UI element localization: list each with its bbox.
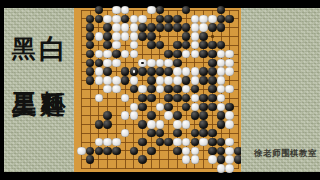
- black-stone: [164, 85, 173, 94]
- white-stone: [121, 6, 130, 15]
- white-stone: [225, 111, 234, 120]
- white-stone: [121, 50, 130, 59]
- go-board: [74, 8, 242, 172]
- star-point: [211, 35, 214, 38]
- white-stone: [95, 50, 104, 59]
- white-stone: [191, 32, 200, 41]
- black-stone: [138, 23, 147, 32]
- video-frame: 黑 王星昊 白 朴廷桓 徐老师围棋教室: [0, 0, 320, 180]
- white-stone: [112, 41, 121, 50]
- black-stone: [182, 76, 191, 85]
- white-stone: [182, 147, 191, 156]
- black-stone: [138, 155, 147, 164]
- black-stone: [199, 50, 208, 59]
- black-stone: [217, 41, 226, 50]
- black-stone: [156, 41, 165, 50]
- black-stone: [121, 67, 130, 76]
- white-stone: [112, 85, 121, 94]
- black-stone: [208, 85, 217, 94]
- black-stone: [217, 6, 226, 15]
- white-stone: [191, 67, 200, 76]
- player-info-panel: 黑 王星昊 白 朴廷桓: [4, 8, 74, 172]
- last-move-marker: [141, 62, 144, 65]
- black-stone: [147, 129, 156, 138]
- black-stone: [138, 138, 147, 147]
- white-stone: [164, 76, 173, 85]
- black-stone: [86, 50, 95, 59]
- black-stone: [103, 67, 112, 76]
- white-stone: [121, 94, 130, 103]
- white-stone: [103, 59, 112, 68]
- black-stone: [208, 59, 217, 68]
- black-stone: [147, 85, 156, 94]
- black-stone: [95, 147, 104, 156]
- white-stone: [103, 138, 112, 147]
- black-stone: [173, 15, 182, 24]
- white-stone: [130, 32, 139, 41]
- white-player-column: 白 朴廷桓: [39, 35, 66, 72]
- white-stone: [191, 155, 200, 164]
- white-stone: [103, 76, 112, 85]
- white-stone: [130, 23, 139, 32]
- white-stone: [130, 111, 139, 120]
- black-stone: [138, 94, 147, 103]
- black-stone: [217, 23, 226, 32]
- black-stone: [173, 147, 182, 156]
- black-stone: [95, 59, 104, 68]
- white-stone: [103, 85, 112, 94]
- white-stone: [199, 15, 208, 24]
- white-stone: [121, 129, 130, 138]
- black-stone: [164, 67, 173, 76]
- black-stone: [164, 50, 173, 59]
- black-stone: [86, 23, 95, 32]
- black-stone: [199, 41, 208, 50]
- white-stone: [121, 32, 130, 41]
- white-stone: [164, 111, 173, 120]
- black-stone: [164, 138, 173, 147]
- white-stone: [147, 120, 156, 129]
- white-stone: [95, 67, 104, 76]
- white-stone: [217, 85, 226, 94]
- black-stone: [208, 50, 217, 59]
- black-stone: [130, 147, 139, 156]
- black-stone: [147, 41, 156, 50]
- white-stone: [103, 15, 112, 24]
- white-stone: [225, 67, 234, 76]
- white-stone: [77, 147, 86, 156]
- white-stone: [225, 164, 234, 173]
- white-stone: [191, 41, 200, 50]
- black-stone: [199, 67, 208, 76]
- black-stone: [103, 23, 112, 32]
- black-stone: [191, 85, 200, 94]
- white-stone: [156, 85, 165, 94]
- black-stone: [173, 41, 182, 50]
- white-stone: [95, 76, 104, 85]
- black-stone: [138, 120, 147, 129]
- black-stone: [103, 111, 112, 120]
- white-stone: [182, 50, 191, 59]
- white-stone: [217, 94, 226, 103]
- white-stone: [130, 41, 139, 50]
- black-stone: [173, 111, 182, 120]
- black-stone: [86, 15, 95, 24]
- white-stone: [112, 32, 121, 41]
- white-stone: [130, 15, 139, 24]
- white-stone: [173, 138, 182, 147]
- white-stone: [156, 76, 165, 85]
- white-stone: [173, 76, 182, 85]
- white-stone: [130, 76, 139, 85]
- black-stone: [208, 67, 217, 76]
- black-stone: [173, 129, 182, 138]
- white-stone: [191, 23, 200, 32]
- grid-line: [81, 168, 239, 169]
- white-stone: [225, 138, 234, 147]
- last-move-marker: [133, 70, 136, 73]
- black-stone: [208, 103, 217, 112]
- watermark-text: 徐老师围棋教室: [254, 148, 317, 160]
- black-label: 黑: [12, 37, 36, 61]
- white-stone: [225, 147, 234, 156]
- white-stone: [95, 32, 104, 41]
- white-stone: [191, 50, 200, 59]
- white-stone: [156, 103, 165, 112]
- white-stone: [173, 67, 182, 76]
- white-stone: [156, 120, 165, 129]
- black-stone: [130, 85, 139, 94]
- black-stone: [147, 23, 156, 32]
- black-stone: [86, 155, 95, 164]
- black-stone: [164, 103, 173, 112]
- white-stone: [112, 6, 121, 15]
- black-stone: [86, 32, 95, 41]
- white-stone: [95, 94, 104, 103]
- black-stone: [225, 15, 234, 24]
- grid-line: [238, 10, 239, 169]
- black-stone: [217, 111, 226, 120]
- white-stone: [191, 76, 200, 85]
- black-stone: [217, 138, 226, 147]
- black-stone: [103, 41, 112, 50]
- star-point: [159, 35, 162, 38]
- black-stone: [191, 111, 200, 120]
- black-stone: [156, 129, 165, 138]
- white-stone: [208, 15, 217, 24]
- white-stone: [173, 120, 182, 129]
- black-stone: [164, 94, 173, 103]
- white-stone: [217, 67, 226, 76]
- black-stone: [173, 94, 182, 103]
- black-stone: [173, 23, 182, 32]
- black-stone: [199, 103, 208, 112]
- black-stone: [182, 103, 191, 112]
- black-stone: [147, 147, 156, 156]
- white-stone: [112, 23, 121, 32]
- black-stone: [182, 41, 191, 50]
- black-stone: [199, 32, 208, 41]
- black-stone: [147, 111, 156, 120]
- white-stone: [147, 6, 156, 15]
- black-stone: [95, 120, 104, 129]
- white-stone: [112, 76, 121, 85]
- white-stone: [217, 103, 226, 112]
- white-stone: [225, 59, 234, 68]
- white-stone: [156, 59, 165, 68]
- white-stone: [182, 67, 191, 76]
- black-stone: [95, 6, 104, 15]
- black-stone: [121, 15, 130, 24]
- white-stone: [225, 85, 234, 94]
- black-stone: [156, 6, 165, 15]
- white-stone: [182, 155, 191, 164]
- black-stone: [86, 76, 95, 85]
- black-stone: [164, 15, 173, 24]
- white-stone: [112, 138, 121, 147]
- black-stone: [173, 85, 182, 94]
- black-stone: [138, 32, 147, 41]
- black-stone: [199, 111, 208, 120]
- black-stone: [138, 103, 147, 112]
- white-stone: [138, 85, 147, 94]
- white-stone: [112, 15, 121, 24]
- white-stone: [164, 59, 173, 68]
- black-stone: [138, 67, 147, 76]
- black-stone: [147, 67, 156, 76]
- black-stone: [199, 94, 208, 103]
- black-stone: [208, 23, 217, 32]
- white-stone: [217, 76, 226, 85]
- black-stone: [164, 23, 173, 32]
- black-stone: [147, 94, 156, 103]
- white-stone: [225, 120, 234, 129]
- white-stone: [182, 138, 191, 147]
- black-stone: [86, 147, 95, 156]
- white-label: 白: [39, 35, 66, 62]
- black-stone: [86, 41, 95, 50]
- black-stone: [103, 32, 112, 41]
- black-stone: [156, 23, 165, 32]
- white-stone: [225, 50, 234, 59]
- right-panel: 徐老师围棋教室: [241, 8, 320, 172]
- black-stone: [182, 23, 191, 32]
- white-stone: [138, 15, 147, 24]
- black-stone: [156, 67, 165, 76]
- black-stone: [217, 15, 226, 24]
- black-stone: [208, 41, 217, 50]
- black-stone: [147, 76, 156, 85]
- white-stone: [191, 147, 200, 156]
- white-stone: [103, 50, 112, 59]
- white-stone: [95, 138, 104, 147]
- black-stone: [103, 147, 112, 156]
- black-stone: [217, 147, 226, 156]
- white-stone: [199, 23, 208, 32]
- black-stone: [217, 120, 226, 129]
- black-stone: [86, 67, 95, 76]
- white-stone: [147, 59, 156, 68]
- black-stone: [86, 59, 95, 68]
- black-stone: [156, 15, 165, 24]
- black-stone: [147, 32, 156, 41]
- black-stone: [182, 32, 191, 41]
- black-stone: [208, 76, 217, 85]
- black-stone: [173, 59, 182, 68]
- black-stone: [208, 138, 217, 147]
- black-stone: [191, 129, 200, 138]
- white-stone: [121, 111, 130, 120]
- black-stone: [112, 50, 121, 59]
- white-stone: [191, 103, 200, 112]
- black-stone: [217, 155, 226, 164]
- black-player-column: 黑 王星昊: [11, 37, 36, 74]
- black-stone: [112, 147, 121, 156]
- black-stone: [121, 76, 130, 85]
- white-stone: [217, 164, 226, 173]
- white-stone: [225, 155, 234, 164]
- white-stone: [217, 50, 226, 59]
- black-stone: [225, 103, 234, 112]
- white-stone: [130, 50, 139, 59]
- black-stone: [191, 138, 200, 147]
- white-stone: [112, 59, 121, 68]
- white-stone: [199, 138, 208, 147]
- white-stone: [182, 120, 191, 129]
- black-stone: [95, 15, 104, 24]
- white-stone: [121, 23, 130, 32]
- black-stone: [208, 147, 217, 156]
- black-stone: [182, 6, 191, 15]
- black-stone: [208, 94, 217, 103]
- white-stone: [191, 15, 200, 24]
- black-stone: [199, 76, 208, 85]
- white-stone: [191, 94, 200, 103]
- black-stone: [103, 120, 112, 129]
- black-stone: [208, 129, 217, 138]
- white-stone: [217, 59, 226, 68]
- black-stone: [156, 138, 165, 147]
- black-stone: [182, 94, 191, 103]
- white-stone: [208, 155, 217, 164]
- white-stone: [130, 103, 139, 112]
- black-stone: [199, 120, 208, 129]
- black-stone: [173, 50, 182, 59]
- black-stone: [199, 129, 208, 138]
- white-stone: [182, 85, 191, 94]
